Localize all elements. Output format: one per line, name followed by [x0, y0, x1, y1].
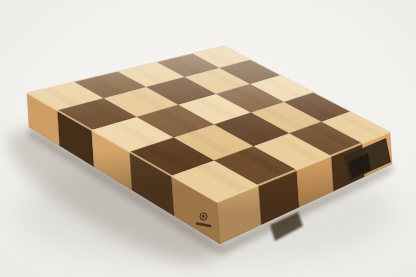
photo-backdrop	[0, 0, 416, 277]
brand-roundel-dot	[202, 215, 204, 217]
cutting-board-photo	[0, 0, 416, 277]
